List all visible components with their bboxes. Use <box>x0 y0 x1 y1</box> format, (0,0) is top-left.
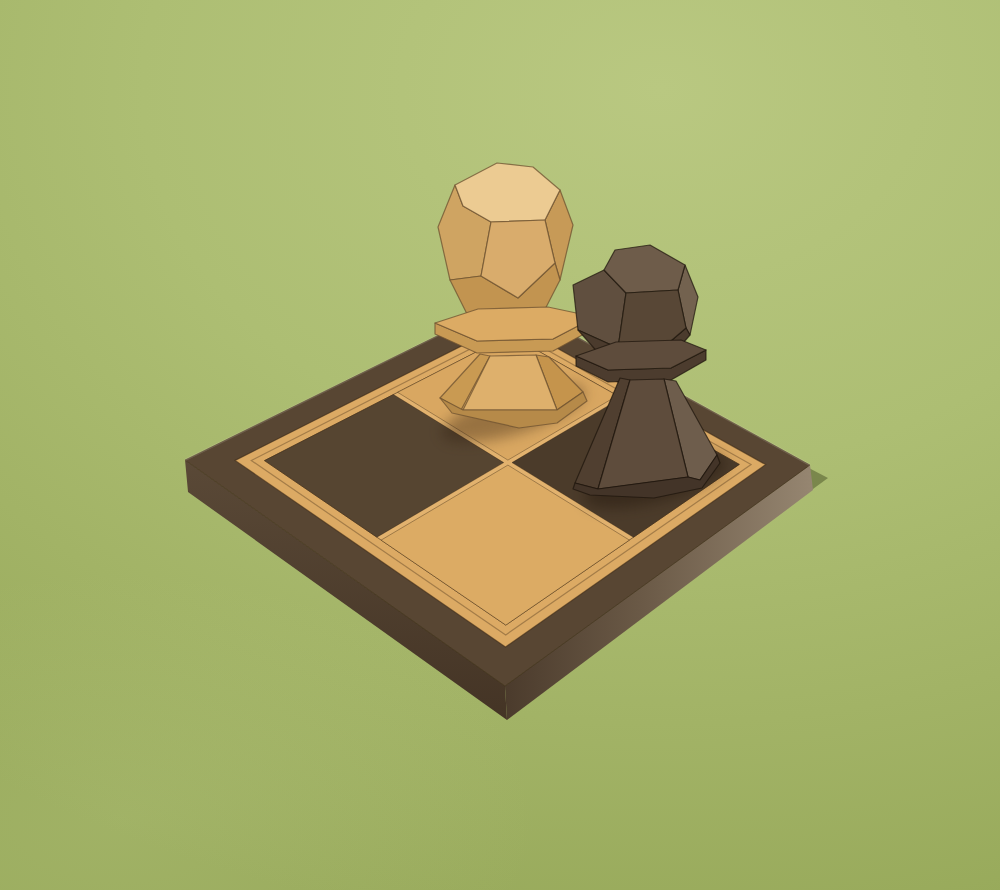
black-pawn <box>573 245 720 498</box>
white-pawn <box>435 163 595 428</box>
photo-scene <box>0 0 1000 890</box>
pieces-layer <box>0 0 1000 890</box>
